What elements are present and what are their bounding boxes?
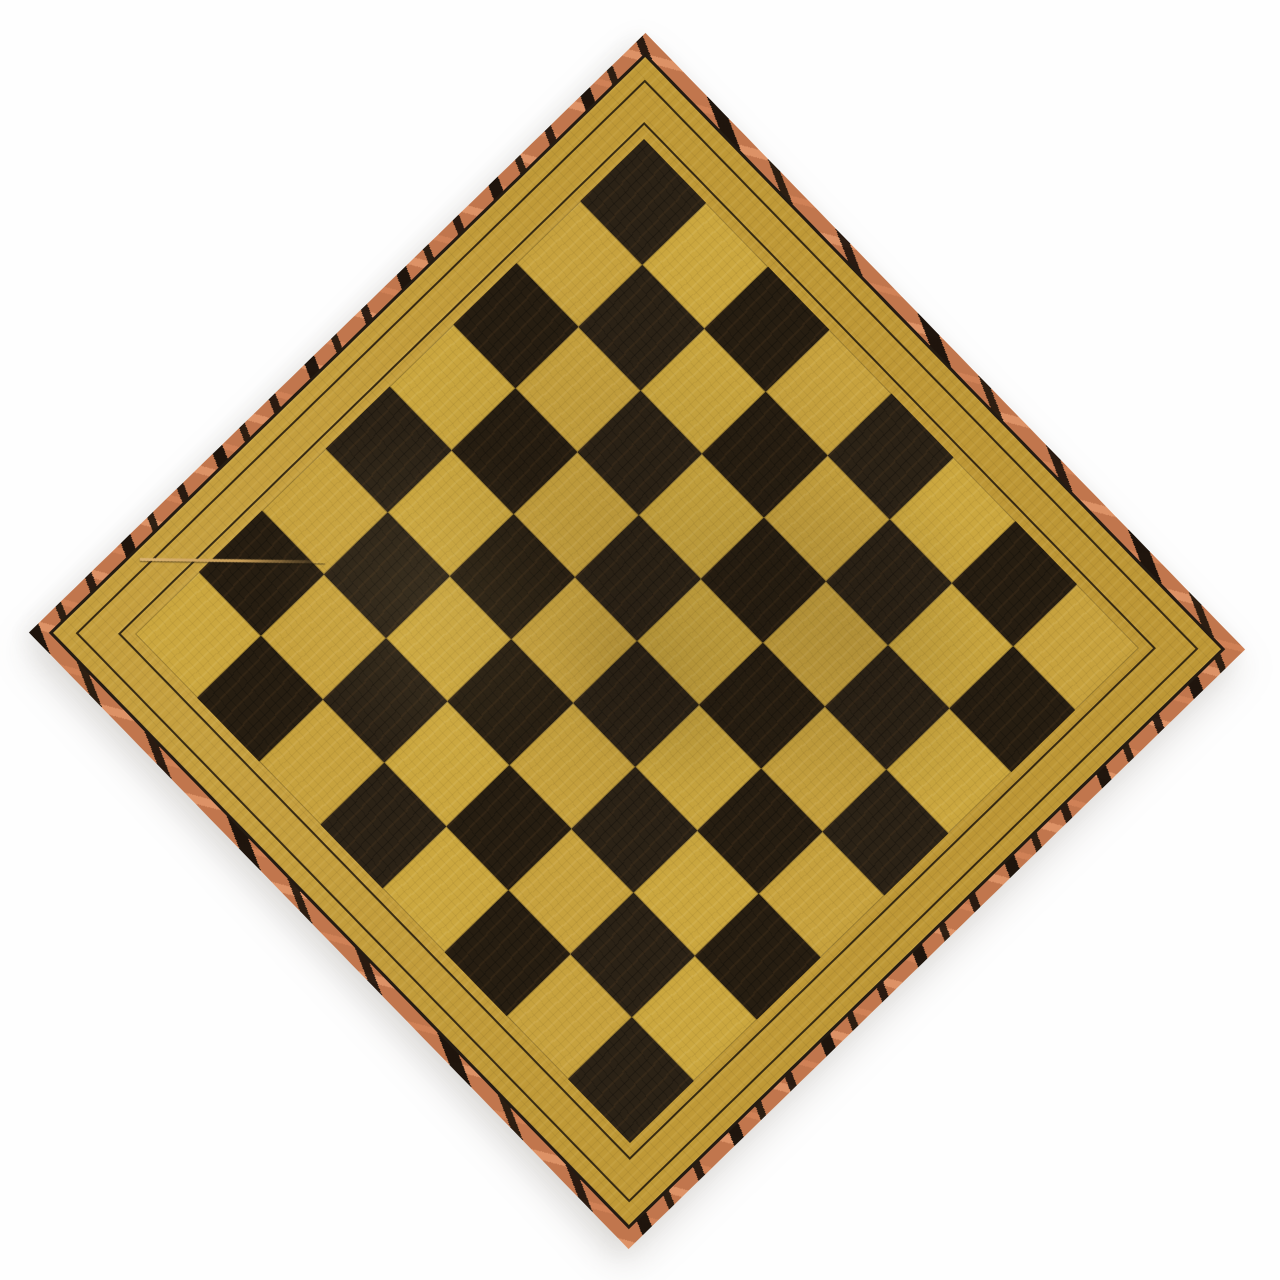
game-board — [29, 33, 1245, 1249]
photo-background — [0, 0, 1280, 1280]
checker-grid — [135, 139, 1139, 1143]
board-face — [49, 53, 1226, 1230]
